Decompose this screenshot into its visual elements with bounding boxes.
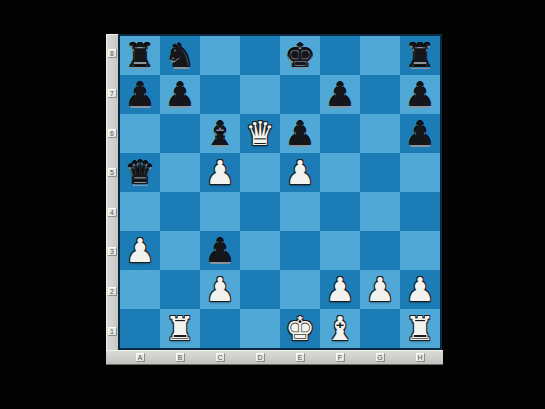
square-h1[interactable]: ♜: [400, 309, 440, 348]
file-label-c: C: [216, 353, 225, 362]
file-label-h: H: [416, 353, 425, 362]
square-f6[interactable]: [320, 114, 360, 153]
square-c3[interactable]: ♟: [200, 231, 240, 270]
square-a1[interactable]: [120, 309, 160, 348]
file-strip: ABCDEFGH: [106, 350, 443, 364]
square-g6[interactable]: [360, 114, 400, 153]
piece-black-pawn[interactable]: ♟: [325, 75, 355, 114]
square-b4[interactable]: [160, 192, 200, 231]
square-f5[interactable]: [320, 153, 360, 192]
square-h7[interactable]: ♟: [400, 75, 440, 114]
piece-white-pawn[interactable]: ♟: [325, 270, 355, 309]
square-e1[interactable]: ♚: [280, 309, 320, 348]
square-d4[interactable]: [240, 192, 280, 231]
square-f2[interactable]: ♟: [320, 270, 360, 309]
square-c2[interactable]: ♟: [200, 270, 240, 309]
chessboard-assembly: 87654321 ♜♞♚♜♟♟♟♟♝♛♟♟♛♟♟♟♟♟♟♟♟♜♚♝♜ ABCDE…: [106, 34, 444, 365]
piece-white-king[interactable]: ♚: [285, 309, 315, 348]
square-h4[interactable]: [400, 192, 440, 231]
rank-strip: 87654321: [106, 34, 118, 351]
square-a2[interactable]: [120, 270, 160, 309]
piece-black-rook[interactable]: ♜: [125, 36, 155, 75]
square-h2[interactable]: ♟: [400, 270, 440, 309]
square-c7[interactable]: [200, 75, 240, 114]
piece-white-pawn[interactable]: ♟: [205, 153, 235, 192]
square-d5[interactable]: [240, 153, 280, 192]
square-d6[interactable]: ♛: [240, 114, 280, 153]
square-e7[interactable]: [280, 75, 320, 114]
square-f7[interactable]: ♟: [320, 75, 360, 114]
piece-white-rook[interactable]: ♜: [165, 309, 195, 348]
square-b3[interactable]: [160, 231, 200, 270]
square-d7[interactable]: [240, 75, 280, 114]
square-d2[interactable]: [240, 270, 280, 309]
file-label-d: D: [256, 353, 265, 362]
square-h3[interactable]: [400, 231, 440, 270]
rank-label-3: 3: [108, 247, 117, 256]
square-b2[interactable]: [160, 270, 200, 309]
square-a5[interactable]: ♛: [120, 153, 160, 192]
piece-white-bishop[interactable]: ♝: [325, 309, 355, 348]
piece-black-king[interactable]: ♚: [285, 36, 315, 75]
square-c6[interactable]: ♝: [200, 114, 240, 153]
piece-white-queen[interactable]: ♛: [245, 114, 275, 153]
square-g7[interactable]: [360, 75, 400, 114]
piece-black-pawn[interactable]: ♟: [205, 231, 235, 270]
piece-black-queen[interactable]: ♛: [125, 153, 155, 192]
square-c4[interactable]: [200, 192, 240, 231]
square-b8[interactable]: ♞: [160, 36, 200, 75]
square-g2[interactable]: ♟: [360, 270, 400, 309]
piece-black-knight[interactable]: ♞: [165, 36, 195, 75]
rank-label-4: 4: [108, 208, 117, 217]
piece-white-pawn[interactable]: ♟: [125, 231, 155, 270]
square-f1[interactable]: ♝: [320, 309, 360, 348]
square-e6[interactable]: ♟: [280, 114, 320, 153]
file-strip-spacer: [106, 357, 120, 358]
rank-label-7: 7: [108, 89, 117, 98]
square-a8[interactable]: ♜: [120, 36, 160, 75]
piece-white-pawn[interactable]: ♟: [365, 270, 395, 309]
piece-black-pawn[interactable]: ♟: [165, 75, 195, 114]
rank-label-6: 6: [108, 129, 117, 138]
square-g1[interactable]: [360, 309, 400, 348]
square-e4[interactable]: [280, 192, 320, 231]
square-a3[interactable]: ♟: [120, 231, 160, 270]
file-label-a: A: [136, 353, 145, 362]
square-h8[interactable]: ♜: [400, 36, 440, 75]
square-h5[interactable]: [400, 153, 440, 192]
piece-black-pawn[interactable]: ♟: [285, 114, 315, 153]
square-b1[interactable]: ♜: [160, 309, 200, 348]
square-c5[interactable]: ♟: [200, 153, 240, 192]
piece-black-pawn[interactable]: ♟: [405, 114, 435, 153]
square-e8[interactable]: ♚: [280, 36, 320, 75]
square-c8[interactable]: [200, 36, 240, 75]
rank-label-8: 8: [108, 49, 117, 58]
rank-label-2: 2: [108, 287, 117, 296]
square-f4[interactable]: [320, 192, 360, 231]
file-label-g: G: [376, 353, 385, 362]
square-a7[interactable]: ♟: [120, 75, 160, 114]
square-e2[interactable]: [280, 270, 320, 309]
piece-white-rook[interactable]: ♜: [405, 309, 435, 348]
square-e3[interactable]: [280, 231, 320, 270]
file-label-f: F: [336, 353, 345, 362]
board-squares: ♜♞♚♜♟♟♟♟♝♛♟♟♛♟♟♟♟♟♟♟♟♜♚♝♜: [118, 34, 442, 350]
square-b7[interactable]: ♟: [160, 75, 200, 114]
file-label-e: E: [296, 353, 305, 362]
piece-black-pawn[interactable]: ♟: [125, 75, 155, 114]
square-d1[interactable]: [240, 309, 280, 348]
video-frame: 87654321 ♜♞♚♜♟♟♟♟♝♛♟♟♛♟♟♟♟♟♟♟♟♜♚♝♜ ABCDE…: [0, 0, 545, 409]
square-b5[interactable]: [160, 153, 200, 192]
rank-label-1: 1: [108, 327, 117, 336]
square-g3[interactable]: [360, 231, 400, 270]
square-g5[interactable]: [360, 153, 400, 192]
square-d8[interactable]: [240, 36, 280, 75]
square-e5[interactable]: ♟: [280, 153, 320, 192]
piece-black-rook[interactable]: ♜: [405, 36, 435, 75]
piece-black-bishop[interactable]: ♝: [205, 114, 235, 153]
square-a4[interactable]: [120, 192, 160, 231]
piece-black-pawn[interactable]: ♟: [405, 75, 435, 114]
square-c1[interactable]: [200, 309, 240, 348]
piece-white-pawn[interactable]: ♟: [205, 270, 235, 309]
piece-white-pawn[interactable]: ♟: [405, 270, 435, 309]
file-label-b: B: [176, 353, 185, 362]
square-g8[interactable]: [360, 36, 400, 75]
square-a6[interactable]: [120, 114, 160, 153]
rank-label-5: 5: [108, 168, 117, 177]
square-b6[interactable]: [160, 114, 200, 153]
piece-white-pawn[interactable]: ♟: [285, 153, 315, 192]
square-g4[interactable]: [360, 192, 400, 231]
square-f3[interactable]: [320, 231, 360, 270]
square-d3[interactable]: [240, 231, 280, 270]
square-h6[interactable]: ♟: [400, 114, 440, 153]
square-f8[interactable]: [320, 36, 360, 75]
